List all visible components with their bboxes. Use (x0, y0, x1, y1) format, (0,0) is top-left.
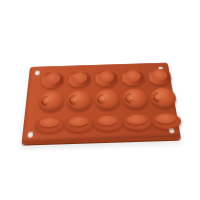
cavity-offset-oval (122, 113, 153, 130)
cavity-dome-swirl (38, 91, 64, 112)
cavity-offset-oval (151, 112, 183, 129)
cavity-offset-oval (64, 115, 94, 132)
cavity-faceted-octagon (148, 68, 172, 85)
cavity-dome-swirl (66, 90, 91, 111)
cavity-offset-oval (93, 114, 123, 131)
cavity-offset-oval (34, 116, 64, 133)
cavity-faceted-octagon (121, 69, 145, 86)
silicone-mold (21, 62, 181, 144)
cavity-grid (34, 67, 168, 138)
cavity-faceted-octagon (41, 72, 64, 89)
product-photo (0, 0, 200, 200)
cavity-dome-swirl (149, 88, 177, 109)
cavity-faceted-octagon (68, 71, 90, 88)
corner-hole-bottom-left (28, 131, 34, 137)
cavity-dome-swirl (94, 89, 120, 110)
cavity-faceted-octagon (95, 70, 118, 87)
cavity-dome-swirl (122, 88, 149, 109)
